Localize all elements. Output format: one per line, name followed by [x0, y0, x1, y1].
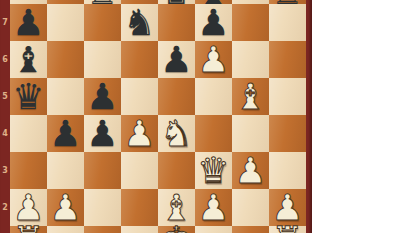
rank-label-6: 6 [0, 55, 10, 65]
white-pawn[interactable]: ♟ [195, 189, 232, 226]
square-f3[interactable]: ♛ [195, 152, 232, 189]
square-f2[interactable]: ♟ [195, 189, 232, 226]
board: ♜♚♝♜♟♞♟♝♟♟♛♟♝♟♟♟♞♛♟♟♟♝♟♟♜♚♜ [10, 0, 306, 233]
white-king[interactable]: ♚ [158, 221, 195, 233]
square-b2[interactable]: ♟ [47, 189, 84, 226]
square-f4[interactable] [195, 115, 232, 152]
square-h1[interactable]: ♜ [269, 226, 306, 233]
square-d6[interactable] [121, 41, 158, 78]
white-rook[interactable]: ♜ [10, 221, 47, 233]
square-g7[interactable] [232, 4, 269, 41]
square-c6[interactable] [84, 41, 121, 78]
white-pawn[interactable]: ♟ [121, 115, 158, 152]
square-h3[interactable] [269, 152, 306, 189]
square-f5[interactable] [195, 78, 232, 115]
square-e6[interactable]: ♟ [158, 41, 195, 78]
black-queen[interactable]: ♛ [10, 78, 47, 115]
black-bishop[interactable]: ♝ [10, 41, 47, 78]
white-pawn[interactable]: ♟ [232, 152, 269, 189]
white-pawn[interactable]: ♟ [195, 41, 232, 78]
square-d2[interactable] [121, 189, 158, 226]
square-b1[interactable] [47, 226, 84, 233]
black-pawn[interactable]: ♟ [84, 115, 121, 152]
square-e1[interactable]: ♚ [158, 226, 195, 233]
square-b4[interactable]: ♟ [47, 115, 84, 152]
square-d3[interactable] [121, 152, 158, 189]
square-g1[interactable] [232, 226, 269, 233]
black-knight[interactable]: ♞ [121, 4, 158, 41]
white-bishop[interactable]: ♝ [232, 78, 269, 115]
square-a7[interactable]: ♟ [10, 4, 47, 41]
square-g3[interactable]: ♟ [232, 152, 269, 189]
square-b6[interactable] [47, 41, 84, 78]
rank-label-7: 7 [0, 18, 10, 28]
square-f7[interactable]: ♟ [195, 4, 232, 41]
square-d7[interactable]: ♞ [121, 4, 158, 41]
black-pawn[interactable]: ♟ [158, 41, 195, 78]
square-c7[interactable] [84, 4, 121, 41]
square-b3[interactable] [47, 152, 84, 189]
square-c4[interactable]: ♟ [84, 115, 121, 152]
board-area: ♜♚♝♜♟♞♟♝♟♟♛♟♝♟♟♟♞♛♟♟♟♝♟♟♜♚♜ 87654321 [0, 0, 312, 233]
square-c2[interactable] [84, 189, 121, 226]
square-e4[interactable]: ♞ [158, 115, 195, 152]
square-e3[interactable] [158, 152, 195, 189]
black-pawn[interactable]: ♟ [195, 4, 232, 41]
square-g4[interactable] [232, 115, 269, 152]
square-b7[interactable] [47, 4, 84, 41]
square-f1[interactable] [195, 226, 232, 233]
square-c1[interactable] [84, 226, 121, 233]
square-a6[interactable]: ♝ [10, 41, 47, 78]
square-f6[interactable]: ♟ [195, 41, 232, 78]
square-d5[interactable] [121, 78, 158, 115]
square-g2[interactable] [232, 189, 269, 226]
square-g5[interactable]: ♝ [232, 78, 269, 115]
white-queen[interactable]: ♛ [195, 152, 232, 189]
square-b5[interactable] [47, 78, 84, 115]
square-a3[interactable] [10, 152, 47, 189]
rank-label-5: 5 [0, 92, 10, 102]
black-pawn[interactable]: ♟ [10, 4, 47, 41]
black-pawn[interactable]: ♟ [84, 78, 121, 115]
rank-label-2: 2 [0, 203, 10, 213]
square-h7[interactable] [269, 4, 306, 41]
square-d4[interactable]: ♟ [121, 115, 158, 152]
square-d1[interactable] [121, 226, 158, 233]
square-a5[interactable]: ♛ [10, 78, 47, 115]
white-knight[interactable]: ♞ [158, 115, 195, 152]
square-c5[interactable]: ♟ [84, 78, 121, 115]
square-h5[interactable] [269, 78, 306, 115]
square-e7[interactable] [158, 4, 195, 41]
square-g6[interactable] [232, 41, 269, 78]
white-rook[interactable]: ♜ [269, 221, 306, 233]
square-c3[interactable] [84, 152, 121, 189]
black-pawn[interactable]: ♟ [47, 115, 84, 152]
square-h6[interactable] [269, 41, 306, 78]
rank-label-4: 4 [0, 129, 10, 139]
square-h4[interactable] [269, 115, 306, 152]
white-pawn[interactable]: ♟ [47, 189, 84, 226]
rank-label-3: 3 [0, 166, 10, 176]
square-a1[interactable]: ♜ [10, 226, 47, 233]
square-e5[interactable] [158, 78, 195, 115]
chess-screenshot: ♜♚♝♜♟♞♟♝♟♟♛♟♝♟♟♟♞♛♟♟♟♝♟♟♜♚♜ 87654321 [0, 0, 414, 233]
board-frame: ♜♚♝♜♟♞♟♝♟♟♛♟♝♟♟♟♞♛♟♟♟♝♟♟♜♚♜ [0, 0, 312, 233]
square-a4[interactable] [10, 115, 47, 152]
